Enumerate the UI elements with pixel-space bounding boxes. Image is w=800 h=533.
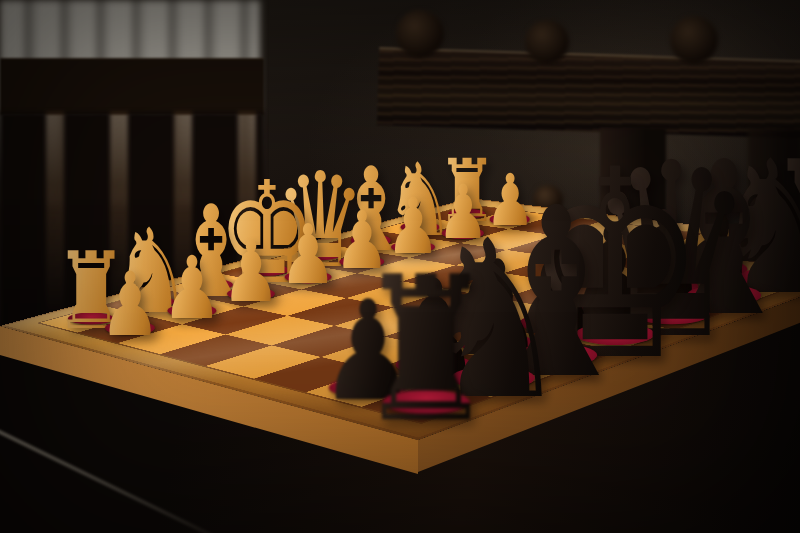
square-d4 xyxy=(402,265,504,290)
square-d6 xyxy=(501,281,610,308)
square-c8 xyxy=(668,281,781,309)
square-e2 xyxy=(259,266,357,290)
square-h1 xyxy=(40,306,141,333)
square-h5 xyxy=(206,345,321,378)
square-c1 xyxy=(325,231,416,251)
square-b1 xyxy=(375,217,464,236)
square-b4 xyxy=(506,235,603,257)
square-a4 xyxy=(555,221,650,242)
chess-photo-scene: ♜♞♝♛♚♝♞♜♟♟♟♟♟♟♟♟♟♟♟♟♟♟♟♟♜♞♝♛♚♝♞♜ xyxy=(0,0,800,533)
square-g4 xyxy=(226,316,335,346)
square-d2 xyxy=(314,251,410,273)
square-g2 xyxy=(141,298,243,325)
square-d1 xyxy=(274,244,367,265)
square-f5 xyxy=(334,307,444,336)
chair-knob xyxy=(670,16,718,64)
square-f2 xyxy=(202,281,302,306)
square-h8 xyxy=(362,383,491,423)
square-e1 xyxy=(219,259,314,282)
square-f8 xyxy=(495,339,617,373)
square-b2 xyxy=(417,223,509,243)
left-chair-rail xyxy=(0,58,264,115)
square-h7 xyxy=(306,369,430,406)
square-c7 xyxy=(610,273,720,300)
square-h2 xyxy=(78,315,182,343)
square-g7 xyxy=(374,348,495,383)
square-d5 xyxy=(450,273,555,299)
radiator xyxy=(0,0,260,205)
square-a5 xyxy=(604,227,702,248)
square-c3 xyxy=(410,243,507,265)
square-a6 xyxy=(656,234,757,256)
square-e6 xyxy=(444,299,555,328)
square-g1 xyxy=(103,289,202,314)
square-e4 xyxy=(346,281,450,307)
chair-knob xyxy=(396,10,444,58)
square-e3 xyxy=(301,273,402,298)
square-f6 xyxy=(384,317,498,348)
square-c2 xyxy=(366,237,460,258)
table-edge-highlight xyxy=(0,427,219,533)
square-h6 xyxy=(254,357,374,392)
square-f7 xyxy=(438,328,556,361)
square-g5 xyxy=(272,326,385,357)
square-b7 xyxy=(661,256,768,281)
square-g3 xyxy=(182,306,287,334)
right-chair-rail xyxy=(377,47,800,139)
square-e7 xyxy=(498,308,613,338)
board-squares-grid xyxy=(40,205,800,423)
square-a1 xyxy=(423,205,511,223)
square-c4 xyxy=(456,250,556,273)
square-b6 xyxy=(607,249,711,273)
square-g8 xyxy=(430,360,556,397)
square-f3 xyxy=(243,289,346,315)
chess-board xyxy=(0,198,800,440)
square-h4 xyxy=(160,334,271,365)
square-c6 xyxy=(555,265,661,290)
square-h3 xyxy=(118,324,226,354)
square-g6 xyxy=(321,337,438,370)
square-b3 xyxy=(460,229,555,250)
square-b8 xyxy=(719,264,800,290)
square-f1 xyxy=(162,273,259,297)
square-d3 xyxy=(357,258,456,281)
square-f4 xyxy=(287,298,393,326)
square-e5 xyxy=(394,290,501,317)
square-c5 xyxy=(504,257,607,281)
square-d8 xyxy=(613,299,729,329)
square-a8 xyxy=(768,248,800,273)
square-b5 xyxy=(555,242,655,265)
square-a7 xyxy=(710,241,800,265)
square-a2 xyxy=(465,210,555,229)
square-a3 xyxy=(509,216,602,236)
chair-knob xyxy=(525,20,569,64)
square-e8 xyxy=(556,319,675,351)
square-d7 xyxy=(555,290,667,318)
